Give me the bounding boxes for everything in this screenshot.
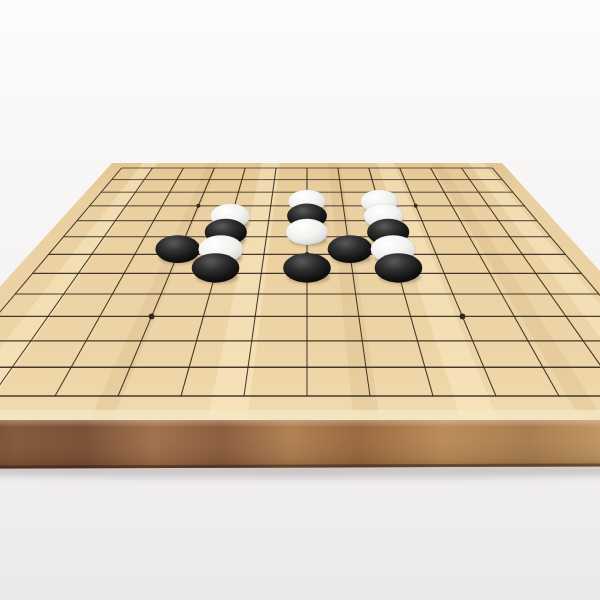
stone-black[interactable] [155,235,200,263]
stone-white[interactable] [286,219,328,245]
front-edge-highlight [0,410,600,420]
scene [0,0,600,600]
stone-black[interactable] [283,253,331,282]
stone-black[interactable] [375,253,423,282]
board-front-edge-shading [0,420,600,469]
go-board-photo [0,0,600,600]
stone-black[interactable] [192,253,240,282]
stone-black[interactable] [328,235,373,263]
board [0,163,600,478]
